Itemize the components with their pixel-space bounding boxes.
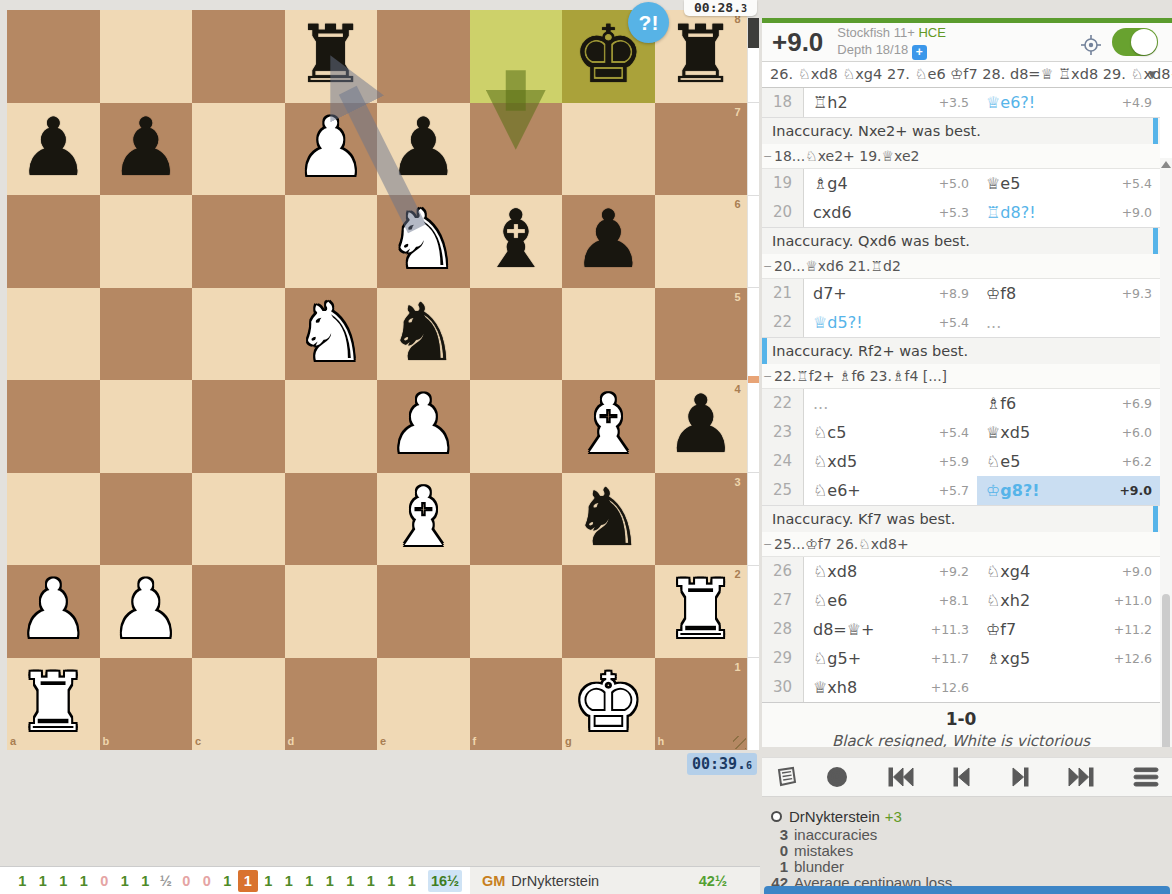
move-cell[interactable]: ... xyxy=(977,308,1160,337)
move-cell[interactable]: ♘xh2+11.0 xyxy=(977,586,1160,615)
square-g5[interactable] xyxy=(562,288,655,381)
move-cell[interactable]: cxd6+5.3 xyxy=(804,198,977,227)
results-total-badge: 16½ xyxy=(428,870,462,892)
black-pawn-a7[interactable]: ♟ xyxy=(7,103,100,196)
black-knight-e5[interactable]: ♞ xyxy=(377,288,470,381)
judgment-comment: Inaccuracy. Kf7 was best. xyxy=(762,505,1160,532)
game-result-cell[interactable]: 0 xyxy=(94,870,115,892)
move-san[interactable]: ♘g5+ xyxy=(804,644,931,673)
move-number: 21 xyxy=(762,279,804,308)
move-cell[interactable]: ♘xd8+9.2 xyxy=(804,557,977,586)
last-move-highlight xyxy=(470,10,563,103)
black-knight-g3[interactable]: ♞ xyxy=(562,473,655,566)
move-san[interactable]: ♘xd5 xyxy=(804,447,939,476)
move-row: 24♘xd5+5.9♘e5+6.2 xyxy=(762,447,1160,476)
move-san[interactable]: ♗g4 xyxy=(804,169,939,198)
judgment-color-bar xyxy=(1153,506,1158,532)
square-b6[interactable] xyxy=(100,195,193,288)
square-a5[interactable] xyxy=(7,288,100,381)
previous-move-button[interactable] xyxy=(940,757,984,797)
player-name: DrNykterstein xyxy=(789,808,880,825)
move-list: 18♖h2+3.5♕e6?!+4.9Inaccuracy. Nxe2+ was … xyxy=(762,88,1172,747)
move-cell[interactable]: ♘e5+6.2 xyxy=(977,447,1160,476)
move-san[interactable]: ... xyxy=(804,389,977,418)
game-result-cell[interactable]: 1 xyxy=(299,870,320,892)
move-row: 26♘xd8+9.2♘xg4+9.0 xyxy=(762,557,1160,586)
square-h6[interactable] xyxy=(655,195,748,288)
move-row: 21d7++8.9♔f8+9.3 xyxy=(762,279,1160,308)
pv-moves[interactable]: 26. ♘xd8 ♘xg4 27. ♘e6 ♔f7 28. d8=♕ ♖xd8 … xyxy=(770,66,1172,82)
move-cell[interactable]: ♘g5++11.7 xyxy=(804,644,977,673)
stat-label: inaccuracies xyxy=(794,827,877,843)
move-cell[interactable]: ♕xd5+6.0 xyxy=(977,418,1160,447)
move-san[interactable]: ... xyxy=(977,308,1160,337)
deeper-analysis-button[interactable]: + xyxy=(912,45,927,60)
square-b3[interactable] xyxy=(100,473,193,566)
move-number: 20 xyxy=(762,198,804,227)
game-result-cell[interactable]: 1 xyxy=(53,870,74,892)
move-eval: +8.9 xyxy=(939,279,977,308)
square-f2[interactable] xyxy=(470,565,563,658)
stat-number: 0 xyxy=(766,843,788,859)
game-result-cell[interactable]: 1 xyxy=(74,870,95,892)
move-eval: +9.0 xyxy=(1119,476,1160,505)
engine-toggle[interactable] xyxy=(1112,28,1158,56)
move-san[interactable]: ♕e6?! xyxy=(977,88,1122,117)
results-player-score: 42½ xyxy=(699,873,727,889)
square-d3[interactable] xyxy=(285,473,378,566)
square-c7[interactable] xyxy=(192,103,285,196)
move-row: 29♘g5++11.7♗xg5+12.6 xyxy=(762,644,1160,673)
file-label-b: b xyxy=(103,735,110,747)
move-number: 24 xyxy=(762,447,804,476)
move-san[interactable]: ♖h2 xyxy=(804,88,939,117)
square-h7[interactable] xyxy=(655,103,748,196)
move-row: 27♘e6+8.1♘xh2+11.0 xyxy=(762,586,1160,615)
move-eval: +12.6 xyxy=(931,673,977,702)
square-c2[interactable] xyxy=(192,565,285,658)
collapse-variation-icon[interactable]: − xyxy=(763,144,772,169)
move-eval: +11.7 xyxy=(931,644,977,673)
square-d4[interactable] xyxy=(285,380,378,473)
stat-rows: 3inaccuracies0mistakes1blunder42Average … xyxy=(766,827,1172,891)
move-eval: +5.4 xyxy=(1122,169,1160,198)
judgment-comment: Inaccuracy. Qxd6 was best. xyxy=(762,227,1160,254)
move-san[interactable]: ♕d5?! xyxy=(804,308,939,337)
move-number: 28 xyxy=(762,615,804,644)
result-text: Black resigned, White is victorious xyxy=(762,732,1160,747)
square-c1[interactable] xyxy=(192,658,285,751)
game-result-cell[interactable]: 1 xyxy=(12,870,33,892)
playback-controls xyxy=(762,757,1172,797)
move-row: 22♕d5?!+5.4... xyxy=(762,308,1160,337)
practice-target-icon[interactable] xyxy=(1080,34,1102,60)
square-f3[interactable] xyxy=(470,473,563,566)
file-label-h: h xyxy=(658,735,665,747)
move-san[interactable]: d7+ xyxy=(804,279,939,308)
move-cell[interactable]: ♗xg5+12.6 xyxy=(977,644,1160,673)
file-label-f: f xyxy=(473,735,477,747)
rank-label-4: 4 xyxy=(735,383,741,395)
variation-line[interactable]: −22.♖f2+ ♗f6 23.♗f4 [...] xyxy=(762,364,1160,389)
collapse-variation-icon[interactable]: − xyxy=(763,254,772,279)
square-a6[interactable] xyxy=(7,195,100,288)
move-eval: +11.2 xyxy=(1114,615,1160,644)
move-san[interactable]: ♗xg5 xyxy=(977,644,1114,673)
eval-score: +9.0 xyxy=(772,27,823,58)
game-result-cell[interactable]: 1 xyxy=(402,870,423,892)
move-eval: +5.4 xyxy=(939,308,977,337)
square-a3[interactable] xyxy=(7,473,100,566)
move-eval: +9.0 xyxy=(1122,198,1160,227)
move-row: 23♘c5+5.4♕xd5+6.0 xyxy=(762,418,1160,447)
square-c5[interactable] xyxy=(192,288,285,381)
engine-header: +9.0 Stockfish 11+ HCE Depth 18/18 + xyxy=(762,23,1172,62)
move-row: 22...♗f6+6.9 xyxy=(762,389,1160,418)
black-pawn-e7[interactable]: ♟ xyxy=(377,103,470,196)
white-bishop-e3[interactable]: ♝ xyxy=(377,473,470,566)
stat-line: 3inaccuracies xyxy=(766,827,1172,843)
move-cell[interactable]: ♔f7+11.2 xyxy=(977,615,1160,644)
move-eval: +5.3 xyxy=(939,198,977,227)
square-a4[interactable] xyxy=(7,380,100,473)
last-move-button[interactable] xyxy=(1055,757,1107,797)
square-d2[interactable] xyxy=(285,565,378,658)
variation-line[interactable]: −20...♕xd6 21.♖d2 xyxy=(762,254,1160,279)
move-row: 30♕xh8+12.6 xyxy=(762,673,1160,702)
move-eval: +9.0 xyxy=(1122,557,1160,586)
move-row: 28d8=♕++11.3♔f7+11.2 xyxy=(762,615,1160,644)
move-cell[interactable]: ♘xd5+5.9 xyxy=(804,447,977,476)
move-number: 26 xyxy=(762,557,804,586)
engine-name: Stockfish 11+ xyxy=(837,25,914,40)
menu-hamburger-icon[interactable] xyxy=(1120,757,1172,797)
square-g7[interactable] xyxy=(562,103,655,196)
white-rook-h2[interactable]: ♜ xyxy=(655,565,748,658)
white-pawn-e4[interactable]: ♟ xyxy=(377,380,470,473)
move-san[interactable]: ♘e6 xyxy=(804,586,939,615)
black-bishop-f6[interactable]: ♝ xyxy=(470,195,563,288)
move-eval: +6.9 xyxy=(1122,389,1160,418)
move-eval: +4.9 xyxy=(1122,88,1160,117)
square-e8[interactable] xyxy=(377,10,470,103)
move-number: 27 xyxy=(762,586,804,615)
judgment-comment: Inaccuracy. Rf2+ was best. xyxy=(762,337,1160,364)
move-eval: +5.0 xyxy=(939,169,977,198)
move-number: 22 xyxy=(762,389,804,418)
move-cell[interactable]: ♖d8?!+9.0 xyxy=(977,198,1160,227)
judgment-color-bar xyxy=(762,338,767,364)
square-h5[interactable] xyxy=(655,288,748,381)
white-knight-d5[interactable]: ♞ xyxy=(285,288,378,381)
game-result-cell[interactable]: 1 xyxy=(279,870,300,892)
move-cell[interactable]: ♔f8+9.3 xyxy=(977,279,1160,308)
move-san[interactable]: cxd6 xyxy=(804,198,939,227)
move-cell[interactable]: ♕xh8+12.6 xyxy=(804,673,977,702)
stat-label: mistakes xyxy=(794,843,853,859)
stat-line: 0mistakes xyxy=(766,843,1172,859)
stat-label: blunder xyxy=(794,859,844,875)
game-result-cell[interactable]: 1 xyxy=(33,870,54,892)
engine-tag: HCE xyxy=(918,25,945,40)
move-san[interactable]: ♗f6 xyxy=(977,389,1122,418)
move-cell[interactable]: d7++8.9 xyxy=(804,279,977,308)
variation-line[interactable]: −18...♘xe2+ 19.♕xe2 xyxy=(762,144,1160,169)
rank-label-5: 5 xyxy=(735,291,741,303)
collapse-variation-icon[interactable]: − xyxy=(763,364,772,389)
move-eval: +8.1 xyxy=(939,586,977,615)
file-label-a: a xyxy=(10,735,16,747)
eval-gauge xyxy=(748,18,759,750)
square-f5[interactable] xyxy=(470,288,563,381)
black-pawn-b7[interactable]: ♟ xyxy=(100,103,193,196)
move-number: 23 xyxy=(762,418,804,447)
move-number: 25 xyxy=(762,476,804,505)
move-san[interactable]: ♔f8 xyxy=(977,279,1122,308)
scrollbar[interactable] xyxy=(1160,158,1172,747)
file-label-d: d xyxy=(288,735,295,747)
move-cell[interactable]: ... xyxy=(804,389,977,418)
first-move-button[interactable] xyxy=(875,757,927,797)
principal-variation[interactable]: 26. ♘xd8 ♘xg4 27. ♘e6 ♔f7 28. d8=♕ ♖xd8 … xyxy=(762,62,1172,88)
square-e2[interactable] xyxy=(377,565,470,658)
move-eval: +12.6 xyxy=(1114,644,1160,673)
move-eval: +5.9 xyxy=(939,447,977,476)
white-player-icon xyxy=(771,811,782,822)
move-san[interactable]: ♖d8?! xyxy=(977,198,1122,227)
move-cell[interactable]: ♔g8?!+9.0 xyxy=(977,476,1160,505)
move-eval: +6.2 xyxy=(1122,447,1160,476)
game-result-cell[interactable]: 0 xyxy=(176,870,197,892)
move-san[interactable]: ♘c5 xyxy=(804,418,939,447)
player-title: GM xyxy=(482,873,505,889)
move-number: 29 xyxy=(762,644,804,673)
move-cell[interactable]: ♕e5+5.4 xyxy=(977,169,1160,198)
square-b1[interactable] xyxy=(100,658,193,751)
rank-label-1: 1 xyxy=(735,661,741,673)
black-clock: 00:28.3 xyxy=(684,0,757,16)
move-cell[interactable]: ♗f6+6.9 xyxy=(977,389,1160,418)
square-h3[interactable] xyxy=(655,473,748,566)
move-san[interactable]: ♕e5 xyxy=(977,169,1122,198)
opening-book-icon[interactable] xyxy=(762,757,812,797)
black-pawn-g6[interactable]: ♟ xyxy=(562,195,655,288)
white-player-summary: DrNykterstein +3 xyxy=(766,807,1172,825)
game-result: 1-0 Black resigned, White is victorious xyxy=(762,702,1160,747)
move-number: 30 xyxy=(762,673,804,702)
move-row: 25♘e6++5.7♔g8?!+9.0 xyxy=(762,476,1160,505)
game-result-cell[interactable]: 1 xyxy=(238,870,259,892)
rank-label-2: 2 xyxy=(735,568,741,580)
rank-label-7: 7 xyxy=(735,106,741,118)
black-pawn-h4[interactable]: ♟ xyxy=(655,380,748,473)
gauge-midpoint-tick xyxy=(748,376,759,383)
file-label-g: g xyxy=(565,735,572,747)
white-knight-e6[interactable]: ♞ xyxy=(377,195,470,288)
square-f1[interactable] xyxy=(470,658,563,751)
move-cell[interactable]: ♘e6+8.1 xyxy=(804,586,977,615)
square-g2[interactable] xyxy=(562,565,655,658)
move-eval: +11.0 xyxy=(1114,586,1160,615)
move-cell-empty xyxy=(977,673,1160,702)
game-result-cell[interactable]: 1 xyxy=(381,870,402,892)
move-san[interactable]: ♘e6+ xyxy=(804,476,939,505)
move-eval: +11.3 xyxy=(931,615,977,644)
game-result-cell[interactable]: 1 xyxy=(361,870,382,892)
player-analysis-stats: DrNykterstein +3 3inaccuracies0mistakes1… xyxy=(762,797,1172,891)
move-san[interactable]: ♘xd8 xyxy=(804,557,939,586)
game-result-cell[interactable]: 1 xyxy=(258,870,279,892)
move-san[interactable]: ♘e5 xyxy=(977,447,1122,476)
learn-from-mistakes-button[interactable] xyxy=(764,886,1170,894)
move-san[interactable]: ♕xh8 xyxy=(804,673,931,702)
game-result-cell[interactable]: 1 xyxy=(135,870,156,892)
file-label-c: c xyxy=(195,735,201,747)
analysis-panel: +9.0 Stockfish 11+ HCE Depth 18/18 + 26.… xyxy=(762,18,1172,894)
scroll-up-icon[interactable] xyxy=(1161,161,1171,168)
move-cell[interactable]: ♗g4+5.0 xyxy=(804,169,977,198)
move-cell[interactable]: ♘xg4+9.0 xyxy=(977,557,1160,586)
scroll-thumb[interactable] xyxy=(1162,594,1170,747)
square-f7[interactable] xyxy=(470,103,563,196)
move-number: 18 xyxy=(762,88,804,117)
move-number: 22 xyxy=(762,308,804,337)
square-c8[interactable] xyxy=(192,10,285,103)
game-result-cell[interactable]: 1 xyxy=(320,870,341,892)
move-cell[interactable]: d8=♕++11.3 xyxy=(804,615,977,644)
result-score: 1-0 xyxy=(762,709,1160,729)
move-eval: +9.3 xyxy=(1122,279,1160,308)
move-san[interactable]: ♘xh2 xyxy=(977,586,1114,615)
move-eval: +6.0 xyxy=(1122,418,1160,447)
square-e1[interactable] xyxy=(377,658,470,751)
square-d1[interactable] xyxy=(285,658,378,751)
inaccuracy-badge-icon: ?! xyxy=(628,2,669,43)
results-player-name: DrNykterstein xyxy=(511,873,599,889)
square-a8[interactable] xyxy=(7,10,100,103)
square-d6[interactable] xyxy=(285,195,378,288)
game-result-cell[interactable]: 1 xyxy=(217,870,238,892)
move-eval: +9.2 xyxy=(939,557,977,586)
move-row: 20cxd6+5.3♖d8?!+9.0 xyxy=(762,198,1160,227)
judgment-color-bar xyxy=(1153,118,1158,144)
judgment-color-bar xyxy=(1153,228,1158,254)
move-san[interactable]: d8=♕+ xyxy=(804,615,931,644)
square-f4[interactable] xyxy=(470,380,563,473)
move-cell[interactable]: ♖h2+3.5 xyxy=(804,88,977,117)
engine-info: Stockfish 11+ HCE Depth 18/18 + xyxy=(837,24,946,60)
white-clock: 00:39.6 xyxy=(687,753,757,775)
white-king-g1[interactable]: ♚ xyxy=(562,658,655,751)
square-b4[interactable] xyxy=(100,380,193,473)
square-c6[interactable] xyxy=(192,195,285,288)
white-pawn-d7[interactable]: ♟ xyxy=(285,103,378,196)
rank-label-3: 3 xyxy=(735,476,741,488)
move-cell[interactable]: ♘e6++5.7 xyxy=(804,476,977,505)
move-row: 19♗g4+5.0♕e5+5.4 xyxy=(762,169,1160,198)
move-cell[interactable]: ♕d5?!+5.4 xyxy=(804,308,977,337)
results-player-row[interactable]: GM DrNykterstein 42½ xyxy=(470,867,760,894)
toggle-knob xyxy=(1131,29,1157,55)
practice-with-computer-icon[interactable] xyxy=(812,757,862,797)
square-b8[interactable] xyxy=(100,10,193,103)
move-eval: +5.4 xyxy=(939,418,977,447)
move-number: 19 xyxy=(762,169,804,198)
move-san[interactable]: ♕xd5 xyxy=(977,418,1122,447)
move-san[interactable]: ♔f7 xyxy=(977,615,1114,644)
white-pawn-a2[interactable]: ♟ xyxy=(7,565,100,658)
collapse-variation-icon[interactable]: − xyxy=(763,532,772,557)
white-bishop-g4[interactable]: ♝ xyxy=(562,380,655,473)
tournament-results-bar: 1111011½001111111111 16½ GM DrNykterstei… xyxy=(0,866,760,894)
move-cell[interactable]: ♘c5+5.4 xyxy=(804,418,977,447)
game-result-cell[interactable]: 1 xyxy=(340,870,361,892)
square-c4[interactable] xyxy=(192,380,285,473)
variation-line[interactable]: −25...♔f7 26.♘xd8+ xyxy=(762,532,1160,557)
stat-number: 3 xyxy=(766,827,788,843)
black-rook-d8[interactable]: ♜ xyxy=(285,10,378,103)
move-row: 18♖h2+3.5♕e6?!+4.9 xyxy=(762,88,1160,117)
game-result-cell[interactable]: ½ xyxy=(156,870,177,892)
eval-gauge-black-portion xyxy=(748,18,759,48)
board-resize-handle[interactable] xyxy=(733,736,746,749)
square-c3[interactable] xyxy=(192,473,285,566)
game-result-cell[interactable]: 0 xyxy=(197,870,218,892)
stat-line: 1blunder xyxy=(766,859,1172,875)
white-pawn-b2[interactable]: ♟ xyxy=(100,565,193,658)
move-san[interactable]: ♔g8?! xyxy=(977,476,1119,505)
rank-label-6: 6 xyxy=(735,198,741,210)
move-eval: +5.7 xyxy=(939,476,977,505)
rating-change: +3 xyxy=(885,808,902,825)
engine-depth: Depth 18/18 xyxy=(837,42,908,57)
game-results: 1111011½001111111111 xyxy=(0,870,422,892)
pv-expand-caret-icon[interactable]: ▼ xyxy=(1148,62,1156,87)
move-eval: +3.5 xyxy=(939,88,977,117)
file-label-e: e xyxy=(380,735,386,747)
square-b5[interactable] xyxy=(100,288,193,381)
next-move-button[interactable] xyxy=(998,757,1042,797)
move-cell[interactable]: ♕e6?!+4.9 xyxy=(977,88,1160,117)
chess-board[interactable]: ♜♚♜♟♟♟♟♞♝♟♞♞♟♝♟♝♞♟♟♜♜♚87654321abcdefgh xyxy=(7,10,747,750)
judgment-comment: Inaccuracy. Nxe2+ was best. xyxy=(762,117,1160,144)
game-result-cell[interactable]: 1 xyxy=(115,870,136,892)
stat-number: 1 xyxy=(766,859,788,875)
white-rook-a1[interactable]: ♜ xyxy=(7,658,100,751)
move-san[interactable]: ♘xg4 xyxy=(977,557,1122,586)
